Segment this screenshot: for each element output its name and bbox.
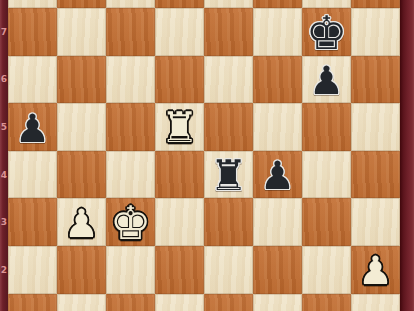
square-c2[interactable] <box>106 246 155 294</box>
white-pawn[interactable]: ♟ <box>64 204 99 243</box>
square-b8[interactable] <box>57 0 106 8</box>
square-h1[interactable] <box>351 294 400 311</box>
board-border-right <box>400 0 414 311</box>
square-c8[interactable] <box>106 0 155 8</box>
square-b4[interactable] <box>57 151 106 199</box>
square-g7[interactable]: ♚ <box>302 8 351 56</box>
square-e5[interactable] <box>204 103 253 151</box>
square-f6[interactable] <box>253 56 302 104</box>
square-e7[interactable] <box>204 8 253 56</box>
black-pawn[interactable]: ♟ <box>15 109 50 148</box>
square-a3[interactable] <box>8 198 57 246</box>
square-a6[interactable] <box>8 56 57 104</box>
rank-label-6: 6 <box>0 74 8 84</box>
square-d4[interactable] <box>155 151 204 199</box>
square-d8[interactable] <box>155 0 204 8</box>
square-e6[interactable] <box>204 56 253 104</box>
chess-board-frame: ♚♟♟♜♜♟♟♚♟ 765432 <box>0 0 414 311</box>
square-h7[interactable] <box>351 8 400 56</box>
square-c1[interactable] <box>106 294 155 311</box>
square-e3[interactable] <box>204 198 253 246</box>
white-king[interactable]: ♚ <box>110 200 151 246</box>
square-b5[interactable] <box>57 103 106 151</box>
square-d5[interactable]: ♜ <box>155 103 204 151</box>
square-h5[interactable] <box>351 103 400 151</box>
square-g5[interactable] <box>302 103 351 151</box>
square-f4[interactable]: ♟ <box>253 151 302 199</box>
square-f2[interactable] <box>253 246 302 294</box>
square-h3[interactable] <box>351 198 400 246</box>
square-a4[interactable] <box>8 151 57 199</box>
square-g1[interactable] <box>302 294 351 311</box>
square-c6[interactable] <box>106 56 155 104</box>
square-g4[interactable] <box>302 151 351 199</box>
square-h8[interactable] <box>351 0 400 8</box>
square-f1[interactable] <box>253 294 302 311</box>
square-a8[interactable] <box>8 0 57 8</box>
rank-label-3: 3 <box>0 217 8 227</box>
black-pawn[interactable]: ♟ <box>309 61 344 100</box>
rank-label-4: 4 <box>0 170 8 180</box>
rank-label-2: 2 <box>0 265 8 275</box>
board-border-left: 765432 <box>0 0 8 311</box>
black-pawn[interactable]: ♟ <box>260 156 295 195</box>
square-d1[interactable] <box>155 294 204 311</box>
square-b7[interactable] <box>57 8 106 56</box>
square-d2[interactable] <box>155 246 204 294</box>
square-e8[interactable] <box>204 0 253 8</box>
rank-label-7: 7 <box>0 27 8 37</box>
square-g3[interactable] <box>302 198 351 246</box>
square-h4[interactable] <box>351 151 400 199</box>
square-a2[interactable] <box>8 246 57 294</box>
square-h2[interactable]: ♟ <box>351 246 400 294</box>
square-c5[interactable] <box>106 103 155 151</box>
square-b3[interactable]: ♟ <box>57 198 106 246</box>
square-c3[interactable]: ♚ <box>106 198 155 246</box>
square-d7[interactable] <box>155 8 204 56</box>
square-b6[interactable] <box>57 56 106 104</box>
chess-board: ♚♟♟♜♜♟♟♚♟ <box>8 0 400 311</box>
square-a1[interactable] <box>8 294 57 311</box>
board-viewport: ♚♟♟♜♜♟♟♚♟ <box>8 0 400 311</box>
black-king[interactable]: ♚ <box>306 10 347 56</box>
square-a7[interactable] <box>8 8 57 56</box>
square-f3[interactable] <box>253 198 302 246</box>
white-pawn[interactable]: ♟ <box>358 251 393 290</box>
black-rook[interactable]: ♜ <box>210 155 248 197</box>
square-e1[interactable] <box>204 294 253 311</box>
square-e2[interactable] <box>204 246 253 294</box>
white-rook[interactable]: ♜ <box>161 107 199 149</box>
square-h6[interactable] <box>351 56 400 104</box>
square-d6[interactable] <box>155 56 204 104</box>
square-c4[interactable] <box>106 151 155 199</box>
square-g6[interactable]: ♟ <box>302 56 351 104</box>
square-e4[interactable]: ♜ <box>204 151 253 199</box>
square-d3[interactable] <box>155 198 204 246</box>
square-c7[interactable] <box>106 8 155 56</box>
square-f8[interactable] <box>253 0 302 8</box>
square-f7[interactable] <box>253 8 302 56</box>
square-b1[interactable] <box>57 294 106 311</box>
rank-label-5: 5 <box>0 122 8 132</box>
square-g2[interactable] <box>302 246 351 294</box>
square-f5[interactable] <box>253 103 302 151</box>
square-a5[interactable]: ♟ <box>8 103 57 151</box>
square-b2[interactable] <box>57 246 106 294</box>
